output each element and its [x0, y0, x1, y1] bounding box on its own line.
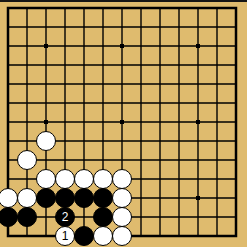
stone-white — [112, 188, 132, 208]
stone-black — [55, 188, 75, 208]
stone-black — [74, 188, 94, 208]
move-number-label: 1 — [62, 230, 69, 242]
stone-black — [17, 207, 37, 227]
stone-white — [112, 207, 132, 227]
stone-black — [93, 207, 113, 227]
stones-layer: 21 — [0, 0, 246, 246]
stone-black — [36, 188, 56, 208]
stone-black — [74, 226, 94, 246]
stone-white — [0, 188, 18, 208]
stone-black-move-2: 2 — [55, 207, 75, 227]
stone-white — [112, 226, 132, 246]
move-number-label: 2 — [62, 211, 69, 223]
go-board[interactable]: 21 — [0, 0, 247, 247]
stone-white-move-1: 1 — [55, 226, 75, 246]
stone-white — [112, 169, 132, 189]
image-top-border — [0, 0, 247, 2]
stone-white — [36, 169, 56, 189]
stone-white — [17, 188, 37, 208]
stone-white — [74, 169, 94, 189]
stone-black — [0, 207, 18, 227]
stone-white — [17, 150, 37, 170]
stone-black — [93, 188, 113, 208]
stone-white — [36, 131, 56, 151]
screenshot-root: { "game": "go", "board": { "size": 13, "… — [0, 0, 247, 247]
stone-white — [55, 169, 75, 189]
stone-white — [93, 226, 113, 246]
stone-white — [93, 169, 113, 189]
